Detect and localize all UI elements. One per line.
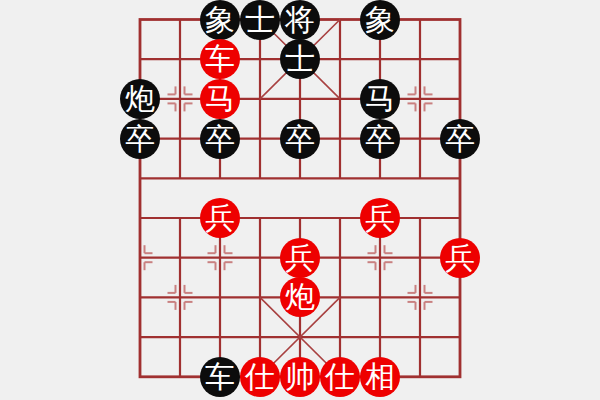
board-intersection[interactable]: 象	[360, 0, 400, 39]
board-intersection[interactable]	[320, 119, 360, 159]
board-intersection[interactable]	[400, 277, 440, 317]
board-intersection[interactable]	[120, 238, 160, 278]
board-intersection[interactable]	[400, 39, 440, 79]
board-intersection[interactable]: 车	[200, 39, 240, 79]
board-intersection[interactable]	[240, 119, 280, 159]
board-intersection[interactable]	[440, 79, 480, 119]
red-soldier[interactable]: 兵	[440, 238, 480, 278]
xiangqi-app-screen: 象士将象车士炮马马卒卒卒卒卒兵兵兵兵炮车仕帅仕相	[0, 0, 600, 400]
red-cannon[interactable]: 炮	[280, 277, 320, 317]
board-intersection[interactable]	[400, 79, 440, 119]
board-intersection[interactable]	[120, 39, 160, 79]
board-intersection[interactable]	[440, 317, 480, 357]
board-intersection[interactable]: 车	[200, 357, 240, 397]
black-soldier[interactable]: 卒	[200, 119, 240, 159]
board-intersection[interactable]	[320, 79, 360, 119]
board-intersection[interactable]	[120, 158, 160, 198]
board-intersection[interactable]	[160, 158, 200, 198]
red-elephant[interactable]: 相	[360, 357, 400, 397]
black-soldier[interactable]: 卒	[280, 119, 320, 159]
board-intersection[interactable]: 士	[240, 0, 280, 39]
board-intersection[interactable]	[440, 198, 480, 238]
black-elephant[interactable]: 象	[200, 0, 240, 40]
board-intersection[interactable]	[160, 79, 200, 119]
board-intersection[interactable]	[400, 198, 440, 238]
red-soldier[interactable]: 兵	[360, 198, 400, 238]
board-intersection[interactable]	[440, 277, 480, 317]
black-advisor[interactable]: 士	[280, 39, 320, 79]
board-intersection[interactable]	[440, 0, 480, 39]
board-intersection[interactable]	[160, 357, 200, 397]
board-intersection[interactable]	[160, 238, 200, 278]
board-intersection[interactable]	[320, 198, 360, 238]
board-intersection[interactable]	[360, 277, 400, 317]
board-intersection[interactable]	[240, 317, 280, 357]
board-intersection[interactable]	[120, 317, 160, 357]
board-intersection[interactable]: 兵	[200, 198, 240, 238]
board-intersection[interactable]	[160, 119, 200, 159]
board-intersection[interactable]	[240, 39, 280, 79]
board-intersection[interactable]: 卒	[440, 119, 480, 159]
board-intersection[interactable]	[160, 39, 200, 79]
board-intersection[interactable]	[200, 317, 240, 357]
board-intersection[interactable]: 象	[200, 0, 240, 39]
board-intersection[interactable]: 兵	[440, 238, 480, 278]
board-intersection[interactable]	[400, 238, 440, 278]
board-intersection[interactable]	[240, 277, 280, 317]
board-intersection[interactable]: 炮	[280, 277, 320, 317]
board-intersection[interactable]: 相	[360, 357, 400, 397]
black-soldier[interactable]: 卒	[120, 119, 160, 159]
board-intersection[interactable]	[400, 317, 440, 357]
board-intersection[interactable]	[200, 238, 240, 278]
xiangqi-board[interactable]: 象士将象车士炮马马卒卒卒卒卒兵兵兵兵炮车仕帅仕相	[120, 0, 480, 397]
board-intersection[interactable]	[440, 158, 480, 198]
red-soldier[interactable]: 兵	[200, 198, 240, 238]
board-intersection[interactable]	[240, 238, 280, 278]
board-intersection[interactable]	[240, 198, 280, 238]
red-general[interactable]: 帅	[280, 357, 320, 397]
board-intersection[interactable]	[320, 158, 360, 198]
board-intersection[interactable]: 卒	[360, 119, 400, 159]
board-intersection[interactable]	[360, 317, 400, 357]
black-soldier[interactable]: 卒	[440, 119, 480, 159]
red-chariot[interactable]: 车	[200, 39, 240, 79]
board-intersection[interactable]	[360, 39, 400, 79]
board-intersection[interactable]: 马	[360, 79, 400, 119]
board-intersection[interactable]	[280, 79, 320, 119]
board-intersection[interactable]: 卒	[200, 119, 240, 159]
board-intersection[interactable]	[320, 277, 360, 317]
board-intersection[interactable]	[320, 0, 360, 39]
red-advisor[interactable]: 仕	[240, 357, 280, 397]
board-intersection[interactable]	[360, 158, 400, 198]
black-cannon[interactable]: 炮	[120, 79, 160, 119]
board-intersection[interactable]	[320, 39, 360, 79]
red-soldier[interactable]: 兵	[280, 238, 320, 278]
board-intersection[interactable]: 卒	[120, 119, 160, 159]
board-intersection[interactable]	[120, 198, 160, 238]
board-intersection[interactable]	[160, 0, 200, 39]
board-intersection[interactable]	[360, 238, 400, 278]
board-intersection[interactable]	[240, 158, 280, 198]
board-intersection[interactable]: 将	[280, 0, 320, 39]
board-intersection[interactable]	[280, 198, 320, 238]
board-intersection[interactable]	[120, 357, 160, 397]
board-intersection[interactable]: 仕	[240, 357, 280, 397]
black-advisor[interactable]: 士	[240, 0, 280, 40]
board-intersection[interactable]: 卒	[280, 119, 320, 159]
board-intersection[interactable]: 兵	[280, 238, 320, 278]
board-intersection[interactable]	[120, 0, 160, 39]
board-intersection[interactable]	[320, 317, 360, 357]
board-intersection[interactable]	[280, 158, 320, 198]
board-intersection[interactable]	[240, 79, 280, 119]
board-intersection[interactable]	[160, 198, 200, 238]
board-intersection[interactable]: 仕	[320, 357, 360, 397]
black-chariot[interactable]: 车	[200, 357, 240, 397]
black-horse[interactable]: 马	[360, 79, 400, 119]
board-intersection[interactable]	[400, 357, 440, 397]
board-intersection[interactable]	[320, 238, 360, 278]
board-intersection[interactable]	[200, 277, 240, 317]
board-intersection[interactable]: 士	[280, 39, 320, 79]
red-advisor[interactable]: 仕	[320, 357, 360, 397]
black-elephant[interactable]: 象	[360, 0, 400, 40]
board-intersection[interactable]	[400, 0, 440, 39]
board-intersection[interactable]	[440, 39, 480, 79]
board-intersection[interactable]: 兵	[360, 198, 400, 238]
board-intersection[interactable]	[280, 317, 320, 357]
black-soldier[interactable]: 卒	[360, 119, 400, 159]
board-intersection[interactable]	[440, 357, 480, 397]
board-intersection[interactable]	[160, 317, 200, 357]
board-intersection[interactable]	[400, 158, 440, 198]
board-intersection[interactable]	[160, 277, 200, 317]
board-intersection[interactable]	[200, 158, 240, 198]
black-general[interactable]: 将	[280, 0, 320, 40]
board-intersection[interactable]	[400, 119, 440, 159]
board-intersection[interactable]: 马	[200, 79, 240, 119]
board-intersection[interactable]: 炮	[120, 79, 160, 119]
red-horse[interactable]: 马	[200, 79, 240, 119]
board-intersection[interactable]	[120, 277, 160, 317]
board-intersection[interactable]: 帅	[280, 357, 320, 397]
